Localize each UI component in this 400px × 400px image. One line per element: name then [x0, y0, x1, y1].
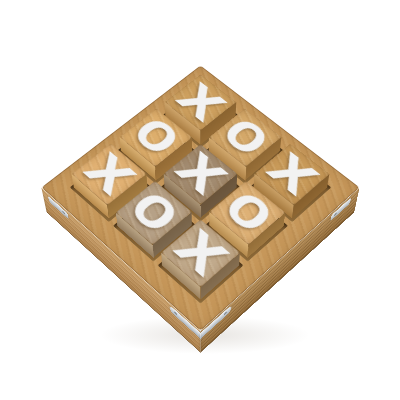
- screw-icon: [174, 311, 177, 316]
- cells-grid: XOXOXOXOX: [70, 86, 332, 304]
- screw-icon: [334, 212, 337, 217]
- tic-tac-toe-board[interactable]: XOXOXOXOX: [41, 66, 359, 331]
- screw-icon: [62, 210, 65, 215]
- scene: XOXOXOXOX: [0, 0, 400, 400]
- screw-icon: [224, 311, 227, 316]
- board-perspective: XOXOXOXOX: [0, 0, 400, 400]
